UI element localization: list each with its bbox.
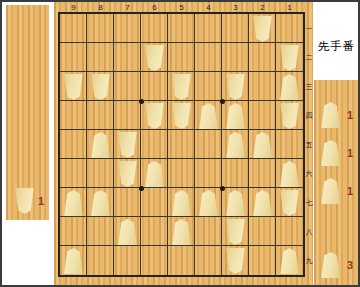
- shogi-piece-hand-sente-角行[interactable]: 角行: [320, 102, 341, 128]
- piece-kanji: 歩兵: [69, 215, 79, 216]
- board-square[interactable]: [168, 14, 195, 43]
- board-square[interactable]: [222, 43, 249, 72]
- piece-kanji: 歩兵: [150, 186, 160, 187]
- board-square[interactable]: [249, 43, 276, 72]
- piece-kanji: 桂馬: [96, 157, 106, 158]
- board-square[interactable]: [249, 101, 276, 130]
- column-label-6: 6: [141, 3, 168, 12]
- piece-kanji: 桂馬: [123, 132, 133, 133]
- piece-kanji: 歩兵: [231, 215, 241, 216]
- sente-hand-count-金将: 1: [347, 147, 353, 159]
- piece-kanji: 歩兵: [258, 215, 268, 216]
- piece-kanji: 金将: [231, 219, 241, 220]
- board-square[interactable]: [141, 188, 168, 217]
- board-square[interactable]: [141, 217, 168, 246]
- board-square[interactable]: [276, 14, 303, 43]
- piece-kanji: 桂馬: [231, 74, 241, 75]
- board-square[interactable]: [168, 130, 195, 159]
- piece-kanji: 玉将: [258, 16, 268, 17]
- board-square[interactable]: [60, 14, 87, 43]
- piece-kanji: 銀将: [326, 203, 336, 204]
- board-grid[interactable]: 玉将飛車歩兵歩兵歩兵歩兵桂馬香車歩兵香車香車金将銀将桂馬桂馬桂馬角行歩兵歩兵歩兵…: [58, 12, 305, 277]
- board-square[interactable]: [60, 101, 87, 130]
- column-label-9: 9: [60, 3, 87, 12]
- piece-kanji: 歩兵: [285, 186, 295, 187]
- sente-hand-count-銀将: 1: [347, 185, 353, 197]
- row-label-4: 四: [304, 111, 314, 121]
- star-point: [220, 186, 225, 191]
- board-square[interactable]: [114, 188, 141, 217]
- board-square[interactable]: [195, 217, 222, 246]
- board-square[interactable]: [168, 43, 195, 72]
- board-square[interactable]: [195, 14, 222, 43]
- column-label-2: 2: [249, 3, 276, 12]
- piece-kanji: 歩兵: [177, 74, 187, 75]
- turn-indicator: 先手番: [313, 39, 360, 54]
- piece-kanji: 銀将: [231, 248, 241, 249]
- column-label-7: 7: [114, 3, 141, 12]
- gote-hand-count-飛車: 1: [38, 195, 44, 207]
- board-square[interactable]: [60, 130, 87, 159]
- board-square[interactable]: [87, 217, 114, 246]
- row-label-7: 七: [304, 198, 314, 208]
- piece-kanji: 歩兵: [285, 45, 295, 46]
- piece-kanji: 香車: [69, 273, 79, 274]
- row-label-3: 三: [304, 82, 314, 92]
- shogi-app: 飛車1 987654321一二三四五六七八九 玉将飛車歩兵歩兵歩兵歩兵桂馬香車歩…: [0, 0, 360, 287]
- board-square[interactable]: [168, 246, 195, 275]
- column-label-8: 8: [87, 3, 114, 12]
- piece-kanji: 歩兵: [177, 215, 187, 216]
- board-square[interactable]: [87, 101, 114, 130]
- row-label-5: 五: [304, 140, 314, 150]
- board-square[interactable]: [141, 130, 168, 159]
- board-square[interactable]: [141, 72, 168, 101]
- piece-kanji: 香車: [204, 128, 214, 129]
- piece-kanji: 金将: [231, 128, 241, 129]
- board-square[interactable]: [195, 43, 222, 72]
- shogi-piece-hand-gote-飛車[interactable]: 飛車: [14, 188, 35, 214]
- star-point: [220, 99, 225, 104]
- piece-kanji: 角行: [326, 127, 336, 128]
- row-label-6: 六: [304, 169, 314, 179]
- piece-kanji: 角行: [258, 157, 268, 158]
- piece-kanji: 歩兵: [150, 103, 160, 104]
- piece-kanji: 銀将: [285, 190, 295, 191]
- row-label-8: 八: [304, 227, 314, 237]
- column-label-1: 1: [276, 3, 303, 12]
- board-square[interactable]: [87, 246, 114, 275]
- piece-kanji: 歩兵: [123, 161, 133, 162]
- board-square[interactable]: [141, 14, 168, 43]
- board-square[interactable]: [276, 130, 303, 159]
- piece-kanji: 金将: [177, 244, 187, 245]
- column-label-3: 3: [222, 3, 249, 12]
- board-square[interactable]: [249, 217, 276, 246]
- piece-kanji: 香車: [177, 103, 187, 104]
- sente-hand-count-歩兵: 3: [347, 259, 353, 271]
- column-label-4: 4: [195, 3, 222, 12]
- piece-kanji: 歩兵: [96, 74, 106, 75]
- piece-kanji: 歩兵: [204, 215, 214, 216]
- sente-hand-count-角行: 1: [347, 109, 353, 121]
- board-square[interactable]: [60, 217, 87, 246]
- board-square[interactable]: [60, 43, 87, 72]
- board-square[interactable]: [249, 246, 276, 275]
- shogi-piece-hand-sente-歩兵[interactable]: 歩兵: [320, 252, 341, 278]
- board-square[interactable]: [222, 159, 249, 188]
- piece-kanji: 玉将: [285, 273, 295, 274]
- shogi-piece-hand-sente-金将[interactable]: 金将: [320, 140, 341, 166]
- piece-kanji: 歩兵: [123, 244, 133, 245]
- piece-kanji: 桂馬: [231, 157, 241, 158]
- sente-hand-stand: 角行1金将1銀将1歩兵3: [314, 80, 359, 285]
- board-square[interactable]: [114, 101, 141, 130]
- piece-kanji: 銀将: [285, 103, 295, 104]
- row-label-1: 一: [304, 24, 314, 34]
- board-square[interactable]: [87, 14, 114, 43]
- board-square[interactable]: [114, 72, 141, 101]
- board-square[interactable]: [249, 159, 276, 188]
- board-square[interactable]: [114, 43, 141, 72]
- board-square[interactable]: [195, 130, 222, 159]
- board-square[interactable]: [222, 14, 249, 43]
- board-square[interactable]: [195, 246, 222, 275]
- board-square[interactable]: [114, 246, 141, 275]
- piece-kanji: 歩兵: [326, 277, 336, 278]
- board-square[interactable]: [60, 159, 87, 188]
- gote-hand-stand: 飛車1: [6, 5, 49, 220]
- board-square[interactable]: [195, 72, 222, 101]
- board-square[interactable]: [168, 159, 195, 188]
- shogi-piece-hand-sente-銀将[interactable]: 銀将: [320, 178, 341, 204]
- board-square[interactable]: [141, 246, 168, 275]
- board-square[interactable]: [87, 43, 114, 72]
- piece-kanji: 金将: [326, 165, 336, 166]
- board-square[interactable]: [114, 14, 141, 43]
- row-label-2: 二: [304, 53, 314, 63]
- board-square[interactable]: [276, 217, 303, 246]
- piece-kanji: 飛車: [150, 45, 160, 46]
- board-square[interactable]: [195, 159, 222, 188]
- piece-kanji: 飛車: [20, 188, 30, 189]
- board-square[interactable]: [87, 159, 114, 188]
- column-label-5: 5: [168, 3, 195, 12]
- star-point: [139, 99, 144, 104]
- piece-kanji: 香車: [285, 99, 295, 100]
- board-square[interactable]: [249, 72, 276, 101]
- star-point: [139, 186, 144, 191]
- piece-kanji: 歩兵: [69, 74, 79, 75]
- row-label-9: 九: [304, 256, 314, 266]
- piece-kanji: 歩兵: [96, 215, 106, 216]
